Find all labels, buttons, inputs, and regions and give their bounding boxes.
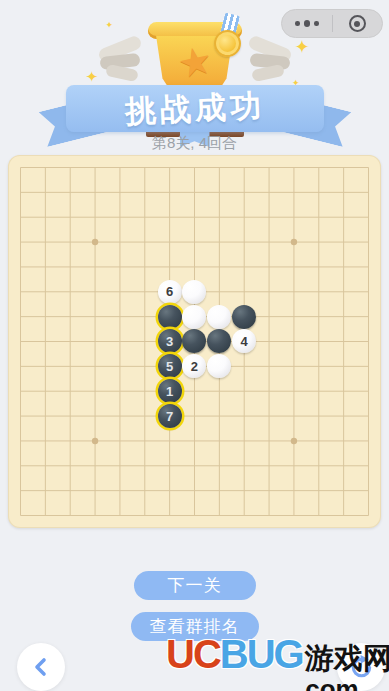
dot-icon — [304, 20, 311, 27]
level-info: 第8关, 4回合 — [0, 134, 389, 153]
wing-right-icon — [244, 40, 292, 84]
watermark: UCBUG游戏网 .com — [166, 634, 389, 691]
stone-white — [182, 305, 206, 329]
move-number: 2 — [191, 360, 198, 373]
banner-title: 挑战成功 — [124, 84, 266, 132]
exit-button[interactable] — [333, 10, 383, 37]
stone-white-move-2: 2 — [182, 354, 206, 378]
move-number: 6 — [166, 285, 173, 298]
move-number: 4 — [241, 335, 248, 348]
watermark-site: 游戏网 — [305, 642, 389, 674]
stone-black-move-3: 3 — [158, 329, 182, 353]
move-number: 1 — [166, 385, 173, 398]
sparkle-icon: ✦ — [294, 36, 309, 58]
medal-icon — [214, 30, 241, 57]
stone-black-move-1: 1 — [158, 379, 182, 403]
move-number: 5 — [166, 360, 173, 373]
stone-white-move-6: 6 — [158, 280, 182, 304]
board-stones: 6345217 — [8, 155, 381, 528]
app-screen: ★ ✦ ✦ ✦ ✦ 挑战成功 第8关, 4回合 6345217 下一关 查看群排… — [0, 0, 389, 691]
exit-target-icon — [349, 15, 366, 32]
watermark-com: .com — [298, 676, 389, 691]
wing-left-icon — [98, 40, 146, 84]
gomoku-board: 6345217 — [8, 155, 381, 528]
stone-white — [207, 305, 231, 329]
stone-white — [207, 354, 231, 378]
chevron-left-icon — [27, 653, 55, 681]
watermark-bug: BUG — [220, 632, 303, 676]
sparkle-icon: ✦ — [106, 20, 114, 30]
stone-black — [158, 305, 182, 329]
next-level-button[interactable]: 下一关 — [134, 571, 256, 600]
stone-white — [182, 280, 206, 304]
stone-black — [182, 329, 206, 353]
stone-black-move-5: 5 — [158, 354, 182, 378]
banner-band: 挑战成功 — [66, 85, 324, 132]
watermark-uc: UC — [166, 632, 220, 676]
back-button[interactable] — [17, 643, 65, 691]
stone-black-move-7: 7 — [158, 404, 182, 428]
stone-black — [232, 305, 256, 329]
dot-icon — [314, 21, 319, 26]
move-number: 7 — [166, 410, 173, 423]
move-number: 3 — [166, 335, 173, 348]
stone-white-move-4: 4 — [232, 329, 256, 353]
stone-black — [207, 329, 231, 353]
